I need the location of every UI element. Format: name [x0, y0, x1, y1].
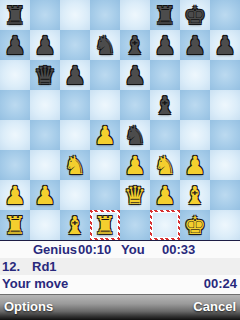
piece-black-pawn: ♟: [180, 30, 210, 60]
piece-white-pawn: ♟: [90, 120, 120, 150]
piece-black-bishop: ♝: [120, 30, 150, 60]
piece-white-rook: ♜: [0, 210, 30, 240]
square-a7[interactable]: ♟: [0, 30, 30, 60]
square-g6[interactable]: [180, 60, 210, 90]
square-h5[interactable]: [210, 90, 240, 120]
square-c2[interactable]: [60, 180, 90, 210]
square-e1[interactable]: [120, 210, 150, 240]
square-d1[interactable]: ♜: [90, 210, 120, 240]
square-f3[interactable]: ♞: [150, 150, 180, 180]
left-softkey-options[interactable]: Options: [4, 299, 53, 314]
square-c4[interactable]: [60, 120, 90, 150]
square-h4[interactable]: [210, 120, 240, 150]
square-a1[interactable]: ♜: [0, 210, 30, 240]
piece-black-pawn: ♟: [210, 30, 240, 60]
square-c1[interactable]: ♝: [60, 210, 90, 240]
square-f4[interactable]: [150, 120, 180, 150]
square-b2[interactable]: ♟: [30, 180, 60, 210]
engine-clock: 00:10: [78, 242, 111, 257]
piece-white-pawn: ♟: [30, 180, 60, 210]
piece-white-pawn: ♟: [120, 150, 150, 180]
move-countdown: 00:24: [204, 276, 237, 291]
square-d4[interactable]: ♟: [90, 120, 120, 150]
square-a5[interactable]: [0, 90, 30, 120]
square-c5[interactable]: [60, 90, 90, 120]
square-e7[interactable]: ♝: [120, 30, 150, 60]
piece-white-pawn: ♟: [0, 180, 30, 210]
piece-white-king: ♚: [180, 210, 210, 240]
square-a2[interactable]: ♟: [0, 180, 30, 210]
piece-black-queen: ♛: [30, 60, 60, 90]
square-f7[interactable]: ♟: [150, 30, 180, 60]
piece-white-knight: ♞: [150, 150, 180, 180]
piece-black-pawn: ♟: [60, 60, 90, 90]
clock-row: Genius 00:10 You 00:33: [0, 241, 240, 258]
square-e6[interactable]: ♟: [120, 60, 150, 90]
square-f8[interactable]: ♜: [150, 0, 180, 30]
square-a6[interactable]: [0, 60, 30, 90]
square-b7[interactable]: ♟: [30, 30, 60, 60]
piece-white-rook: ♜: [90, 210, 120, 240]
square-h3[interactable]: [210, 150, 240, 180]
chess-genius-screen: ♜♜♚♟♟♞♝♟♟♟♛♟♟♝♟♞♞♟♞♟♟♟♛♟♝♜♝♜♚ Genius 00:…: [0, 0, 240, 320]
piece-white-knight: ♞: [60, 150, 90, 180]
square-e2[interactable]: ♛: [120, 180, 150, 210]
square-g2[interactable]: ♝: [180, 180, 210, 210]
square-b5[interactable]: [30, 90, 60, 120]
square-b4[interactable]: [30, 120, 60, 150]
square-d5[interactable]: [90, 90, 120, 120]
square-b1[interactable]: [30, 210, 60, 240]
square-f2[interactable]: ♟: [150, 180, 180, 210]
player-clock: 00:33: [162, 242, 195, 257]
square-a3[interactable]: [0, 150, 30, 180]
piece-white-queen: ♛: [120, 180, 150, 210]
piece-black-rook: ♜: [0, 0, 30, 30]
piece-black-pawn: ♟: [120, 60, 150, 90]
square-g7[interactable]: ♟: [180, 30, 210, 60]
square-b6[interactable]: ♛: [30, 60, 60, 90]
square-c8[interactable]: [60, 0, 90, 30]
square-h6[interactable]: [210, 60, 240, 90]
square-e5[interactable]: [120, 90, 150, 120]
square-h7[interactable]: ♟: [210, 30, 240, 60]
square-c6[interactable]: ♟: [60, 60, 90, 90]
piece-black-knight: ♞: [120, 120, 150, 150]
square-c7[interactable]: [60, 30, 90, 60]
last-move-row: 12. Rd1: [0, 258, 240, 275]
square-g5[interactable]: [180, 90, 210, 120]
square-h2[interactable]: [210, 180, 240, 210]
piece-white-pawn: ♟: [180, 150, 210, 180]
piece-black-king: ♚: [180, 0, 210, 30]
player-name-label: You: [121, 242, 145, 257]
square-a8[interactable]: ♜: [0, 0, 30, 30]
status-text: Your move: [2, 276, 68, 291]
square-d6[interactable]: [90, 60, 120, 90]
piece-black-bishop: ♝: [150, 90, 180, 120]
piece-white-pawn: ♟: [150, 180, 180, 210]
square-c3[interactable]: ♞: [60, 150, 90, 180]
status-row: Your move 00:24: [0, 275, 240, 294]
piece-black-pawn: ♟: [30, 30, 60, 60]
square-h1[interactable]: [210, 210, 240, 240]
square-f5[interactable]: ♝: [150, 90, 180, 120]
square-d2[interactable]: [90, 180, 120, 210]
square-a4[interactable]: [0, 120, 30, 150]
piece-black-pawn: ♟: [150, 30, 180, 60]
square-g3[interactable]: ♟: [180, 150, 210, 180]
square-g4[interactable]: [180, 120, 210, 150]
square-e8[interactable]: [120, 0, 150, 30]
piece-black-pawn: ♟: [0, 30, 30, 60]
piece-white-bishop: ♝: [180, 180, 210, 210]
engine-name-label: Genius: [33, 242, 77, 257]
piece-black-rook: ♜: [150, 0, 180, 30]
move-number: 12.: [2, 259, 20, 274]
softkey-bar: Options Cancel: [0, 294, 240, 320]
square-b3[interactable]: [30, 150, 60, 180]
square-e3[interactable]: ♟: [120, 150, 150, 180]
square-d3[interactable]: [90, 150, 120, 180]
square-b8[interactable]: [30, 0, 60, 30]
piece-black-knight: ♞: [90, 30, 120, 60]
square-e4[interactable]: ♞: [120, 120, 150, 150]
right-softkey-cancel[interactable]: Cancel: [193, 299, 236, 314]
info-panel: Genius 00:10 You 00:33 12. Rd1 Your move…: [0, 240, 240, 294]
move-notation: Rd1: [32, 259, 57, 274]
square-f6[interactable]: [150, 60, 180, 90]
square-d8[interactable]: [90, 0, 120, 30]
piece-white-bishop: ♝: [60, 210, 90, 240]
square-g8[interactable]: ♚: [180, 0, 210, 30]
square-d7[interactable]: ♞: [90, 30, 120, 60]
square-f1[interactable]: [150, 210, 180, 240]
square-h8[interactable]: [210, 0, 240, 30]
chess-board: ♜♜♚♟♟♞♝♟♟♟♛♟♟♝♟♞♞♟♞♟♟♟♛♟♝♜♝♜♚: [0, 0, 240, 240]
square-g1[interactable]: ♚: [180, 210, 210, 240]
